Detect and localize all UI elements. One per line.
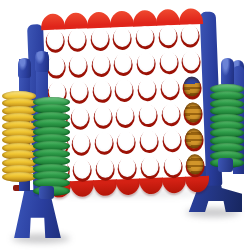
- left-post-base: [39, 186, 54, 199]
- cell-r2c2: [67, 52, 91, 79]
- cell-r6c3: [93, 155, 117, 182]
- cell-r5c6: [160, 127, 184, 154]
- hole: [162, 103, 180, 124]
- hole: [46, 29, 64, 50]
- cell-r1c6: [156, 23, 180, 50]
- cell-r2c3: [89, 51, 113, 78]
- cell-r3c6: [158, 75, 182, 102]
- cell-r6c6: [161, 153, 185, 180]
- cell-r4c7: [181, 100, 205, 127]
- cell-r6c4: [116, 155, 140, 182]
- cell-r6c2: [71, 156, 95, 183]
- left-front-post-cap: [35, 51, 49, 72]
- cell-r2c5: [134, 50, 158, 77]
- right-front-post-cap: [221, 58, 234, 86]
- cell-r5c2: [70, 130, 94, 157]
- hole: [160, 51, 178, 72]
- cell-r1c1: [43, 27, 67, 54]
- hole: [163, 129, 181, 150]
- cell-r2c6: [157, 49, 181, 76]
- hole: [47, 55, 65, 76]
- cell-r5c7: [182, 126, 206, 153]
- cell-r1c2: [66, 26, 90, 53]
- cell-r5c3: [92, 129, 116, 156]
- cell-r4c3: [91, 103, 115, 130]
- cell-r4c2: [69, 104, 93, 131]
- yellow-ring: [2, 172, 36, 182]
- yellow-ring-stack: [2, 91, 36, 182]
- cell-r2c4: [112, 51, 136, 78]
- cell-r5c4: [115, 129, 139, 156]
- giant-connect-four-photo: [0, 0, 245, 250]
- cell-r6c7: [183, 152, 207, 179]
- cell-r4c4: [114, 103, 138, 130]
- cell-r3c2: [68, 78, 92, 105]
- hole: [161, 77, 179, 98]
- hole: [164, 155, 182, 176]
- hole: [159, 25, 177, 46]
- cell-r6c5: [138, 154, 162, 181]
- cell-r4c6: [159, 101, 183, 128]
- right-post-base: [218, 158, 233, 172]
- cell-r4c5: [136, 102, 160, 129]
- cell-r3c4: [113, 77, 137, 104]
- cell-r3c3: [90, 77, 114, 104]
- cell-r1c3: [88, 25, 112, 52]
- cell-r1c4: [111, 25, 135, 52]
- left-rear-post-cap: [18, 58, 31, 78]
- cell-r5c5: [137, 128, 161, 155]
- cell-r3c7: [180, 74, 204, 101]
- cell-r3c5: [135, 76, 159, 103]
- cell-r1c7: [179, 22, 203, 49]
- right-green-ring-stack: [210, 84, 244, 168]
- cell-r1c5: [133, 24, 157, 51]
- cell-r2c7: [179, 48, 203, 75]
- left-green-ring-stack: [33, 97, 70, 196]
